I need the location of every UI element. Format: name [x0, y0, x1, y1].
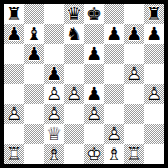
- square-c3[interactable]: ♟♙: [44, 104, 64, 124]
- white-piece-fill-f1: ♝: [104, 144, 124, 164]
- white-piece-fill-c3: ♟: [44, 104, 64, 124]
- white-piece-fill-e3: ♟: [84, 104, 104, 124]
- white-piece-fill-h4: ♟: [144, 84, 164, 104]
- square-g5[interactable]: ♟♙: [124, 64, 144, 84]
- square-a1[interactable]: ♜♖: [4, 144, 24, 164]
- white-piece-fill-c4: ♟: [44, 84, 64, 104]
- square-d6[interactable]: [64, 44, 84, 64]
- white-piece-fill-f2: ♟: [104, 124, 124, 144]
- square-d8[interactable]: ♛: [64, 4, 84, 24]
- square-g8[interactable]: [124, 4, 144, 24]
- square-a7[interactable]: ♟: [4, 24, 24, 44]
- square-b7[interactable]: ♝: [24, 24, 44, 44]
- piece-wP-f2-icon: ♙: [104, 124, 124, 144]
- piece-bB-b7-icon: ♝: [24, 24, 44, 44]
- square-a8[interactable]: ♜: [4, 4, 24, 24]
- piece-wR-a1-icon: ♖: [4, 144, 24, 164]
- piece-bR-a8-icon: ♜: [4, 4, 24, 24]
- piece-wP-d4-icon: ♙: [64, 84, 84, 104]
- square-e3[interactable]: ♟♙: [84, 104, 104, 124]
- white-piece-fill-e1: ♚: [84, 144, 104, 164]
- square-b6[interactable]: ♟: [24, 44, 44, 64]
- piece-bN-d7-icon: ♞: [64, 24, 84, 44]
- piece-bR-h8-icon: ♜: [144, 4, 164, 24]
- square-b4[interactable]: [24, 84, 44, 104]
- piece-bP-b6-icon: ♟: [24, 44, 44, 64]
- square-a3[interactable]: ♟♙: [4, 104, 24, 124]
- piece-bK-e8-icon: ♚: [84, 4, 104, 24]
- square-e1[interactable]: ♚♔: [84, 144, 104, 164]
- square-h8[interactable]: ♜: [144, 4, 164, 24]
- square-c8[interactable]: [44, 4, 64, 24]
- square-h7[interactable]: ♟: [144, 24, 164, 44]
- square-b5[interactable]: [24, 64, 44, 84]
- square-g3[interactable]: [124, 104, 144, 124]
- square-h1[interactable]: [144, 144, 164, 164]
- square-b1[interactable]: [24, 144, 44, 164]
- piece-wP-h4-icon: ♙: [144, 84, 164, 104]
- piece-wK-e1-icon: ♔: [84, 144, 104, 164]
- square-a4[interactable]: [4, 84, 24, 104]
- piece-wQ-c2-icon: ♕: [44, 124, 64, 144]
- square-a6[interactable]: [4, 44, 24, 64]
- square-c4[interactable]: ♟♙: [44, 84, 64, 104]
- square-d3[interactable]: [64, 104, 84, 124]
- square-g4[interactable]: [124, 84, 144, 104]
- square-g7[interactable]: ♟: [124, 24, 144, 44]
- square-a5[interactable]: [4, 64, 24, 84]
- square-f8[interactable]: [104, 4, 124, 24]
- square-g2[interactable]: [124, 124, 144, 144]
- square-b3[interactable]: [24, 104, 44, 124]
- square-f6[interactable]: [104, 44, 124, 64]
- piece-bP-c5-icon: ♟: [44, 64, 64, 84]
- square-g6[interactable]: [124, 44, 144, 64]
- square-e6[interactable]: ♟: [84, 44, 104, 64]
- piece-bP-g7-icon: ♟: [124, 24, 144, 44]
- square-d2[interactable]: [64, 124, 84, 144]
- square-f7[interactable]: ♟: [104, 24, 124, 44]
- square-h5[interactable]: [144, 64, 164, 84]
- piece-wP-c3-icon: ♙: [44, 104, 64, 124]
- square-e2[interactable]: [84, 124, 104, 144]
- square-b8[interactable]: [24, 4, 44, 24]
- square-h2[interactable]: [144, 124, 164, 144]
- piece-bP-h7-icon: ♟: [144, 24, 164, 44]
- square-c5[interactable]: ♟: [44, 64, 64, 84]
- piece-wB-f1-icon: ♗: [104, 144, 124, 164]
- square-h4[interactable]: ♟♙: [144, 84, 164, 104]
- piece-wP-a3-icon: ♙: [4, 104, 24, 124]
- square-b2[interactable]: [24, 124, 44, 144]
- square-c1[interactable]: ♝♗: [44, 144, 64, 164]
- square-e8[interactable]: ♚: [84, 4, 104, 24]
- piece-bQ-d8-icon: ♛: [64, 4, 84, 24]
- square-f3[interactable]: [104, 104, 124, 124]
- white-piece-fill-c2: ♛: [44, 124, 64, 144]
- chess-board-frame: ♜♛♚♜♟♝♞♟♟♟♟♟♟♟♙♟♙♟♙♟♟♙♟♙♟♙♟♙♛♕♟♙♜♖♝♗♚♔♝♗…: [0, 0, 168, 168]
- piece-bP-f7-icon: ♟: [104, 24, 124, 44]
- square-h6[interactable]: [144, 44, 164, 64]
- square-g1[interactable]: ♜♖: [124, 144, 144, 164]
- piece-bP-a7-icon: ♟: [4, 24, 24, 44]
- square-f2[interactable]: ♟♙: [104, 124, 124, 144]
- square-e5[interactable]: [84, 64, 104, 84]
- square-c2[interactable]: ♛♕: [44, 124, 64, 144]
- square-f4[interactable]: [104, 84, 124, 104]
- square-h3[interactable]: [144, 104, 164, 124]
- white-piece-fill-a3: ♟: [4, 104, 24, 124]
- piece-wP-c4-icon: ♙: [44, 84, 64, 104]
- square-d1[interactable]: [64, 144, 84, 164]
- white-piece-fill-g5: ♟: [124, 64, 144, 84]
- piece-wB-c1-icon: ♗: [44, 144, 64, 164]
- piece-bP-e6-icon: ♟: [84, 44, 104, 64]
- piece-wR-g1-icon: ♖: [124, 144, 144, 164]
- square-c6[interactable]: [44, 44, 64, 64]
- square-a2[interactable]: [4, 124, 24, 144]
- piece-wP-e3-icon: ♙: [84, 104, 104, 124]
- white-piece-fill-c1: ♝: [44, 144, 64, 164]
- square-c7[interactable]: [44, 24, 64, 44]
- square-e7[interactable]: [84, 24, 104, 44]
- square-e4[interactable]: ♟: [84, 84, 104, 104]
- white-piece-fill-g1: ♜: [124, 144, 144, 164]
- piece-bP-e4-icon: ♟: [84, 84, 104, 104]
- square-f5[interactable]: [104, 64, 124, 84]
- white-piece-fill-a1: ♜: [4, 144, 24, 164]
- white-piece-fill-d4: ♟: [64, 84, 84, 104]
- square-d4[interactable]: ♟♙: [64, 84, 84, 104]
- chess-board: ♜♛♚♜♟♝♞♟♟♟♟♟♟♟♙♟♙♟♙♟♟♙♟♙♟♙♟♙♛♕♟♙♜♖♝♗♚♔♝♗…: [4, 4, 164, 164]
- square-d5[interactable]: [64, 64, 84, 84]
- square-d7[interactable]: ♞: [64, 24, 84, 44]
- piece-wP-g5-icon: ♙: [124, 64, 144, 84]
- square-f1[interactable]: ♝♗: [104, 144, 124, 164]
